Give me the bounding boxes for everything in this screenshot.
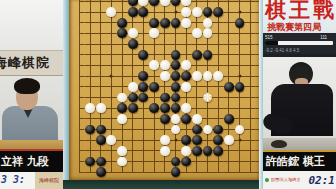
analysis-numbers: 515 111 [265, 34, 327, 39]
white-stone [181, 18, 191, 28]
board-cell [181, 135, 192, 146]
board-cell [117, 60, 128, 71]
black-stone [171, 157, 181, 167]
board-cell [213, 156, 224, 167]
board-cell [95, 92, 106, 103]
right-panel: 棋王戰 挑戰賽第四局 515 111 -9.2 -9.41 4.8 4.5 許皓… [263, 0, 336, 189]
board-cell [106, 82, 117, 93]
board-cell [106, 92, 117, 103]
board-cell [95, 124, 106, 135]
left-player-hair [14, 78, 40, 94]
right-player-video [263, 54, 336, 150]
black-stone [171, 0, 181, 6]
board-cell [213, 146, 224, 157]
black-stone [192, 125, 202, 135]
white-stone [160, 61, 170, 71]
board-cell [138, 0, 149, 7]
board-cell [224, 146, 235, 157]
board-cell [149, 135, 160, 146]
board-cell [149, 71, 160, 82]
black-stone [235, 82, 245, 92]
board-cell [95, 167, 106, 178]
white-stone [117, 93, 127, 103]
board-cell [74, 124, 85, 135]
analysis-num-right: 111 [320, 34, 327, 39]
board-cell [95, 103, 106, 114]
board-cell [160, 103, 171, 114]
board-cell [213, 7, 224, 18]
board-cell [202, 146, 213, 157]
board-cell [106, 60, 117, 71]
board-cell [245, 135, 256, 146]
white-stone [96, 103, 106, 113]
board-cell [181, 49, 192, 60]
white-stone [149, 29, 159, 39]
black-stone [96, 125, 106, 135]
white-stone [235, 125, 245, 135]
go-board: ✽ [69, 0, 259, 182]
board-cell [74, 156, 85, 167]
white-stone [192, 71, 202, 81]
board-cell [106, 17, 117, 28]
board-cell [245, 0, 256, 7]
board-cell [192, 167, 203, 178]
board-cell [74, 71, 85, 82]
board-cell [160, 92, 171, 103]
board-cell [245, 156, 256, 167]
board-cell [106, 135, 117, 146]
black-stone [213, 7, 223, 17]
board-cell [170, 0, 181, 7]
left-player-video: 海峰棋院 立祥 九段 3 3: 海峰棋院 [0, 0, 63, 189]
board-cell [138, 124, 149, 135]
star-point [238, 139, 241, 142]
board-cell [234, 103, 245, 114]
board-cell [192, 135, 203, 146]
board-cell [170, 124, 181, 135]
left-player-name-bar: 立祥 九段 [0, 149, 63, 174]
board-cell [138, 39, 149, 50]
black-stone [171, 93, 181, 103]
white-stone [192, 114, 202, 124]
board-cell [74, 39, 85, 50]
board-cell [160, 28, 171, 39]
board-cell [202, 28, 213, 39]
board-cell [224, 0, 235, 7]
board-cell [117, 146, 128, 157]
board-cell [213, 124, 224, 135]
board-cell [74, 17, 85, 28]
board-cell [224, 167, 235, 178]
board-cell [213, 39, 224, 50]
board-cell [149, 103, 160, 114]
board-cell [234, 39, 245, 50]
board-cell [149, 146, 160, 157]
board-cell [213, 0, 224, 7]
black-stone [149, 18, 159, 28]
white-stone [160, 146, 170, 156]
black-stone [192, 135, 202, 145]
black-stone [192, 146, 202, 156]
board-cell [160, 60, 171, 71]
left-player-sub-strip: 3 3: 海峰棋院 [0, 172, 63, 189]
board-cell [234, 135, 245, 146]
board-cell [117, 0, 128, 7]
board-cell [106, 124, 117, 135]
board-cell [224, 156, 235, 167]
board-cell [74, 92, 85, 103]
board-cell [95, 156, 106, 167]
board-cell [85, 71, 96, 82]
board-cell [160, 39, 171, 50]
black-stone [171, 50, 181, 60]
black-stone [160, 114, 170, 124]
board-cell [181, 103, 192, 114]
board-cell [127, 49, 138, 60]
board-cell [127, 114, 138, 125]
board-cell [245, 92, 256, 103]
board-cell [149, 92, 160, 103]
white-stone [160, 0, 170, 6]
board-cell [181, 71, 192, 82]
board-cell [85, 49, 96, 60]
board-cell [202, 124, 213, 135]
black-stone [117, 18, 127, 28]
board-cell [224, 135, 235, 146]
venue-calligraphy-banner: 海峰棋院 [0, 50, 63, 76]
black-stone [160, 18, 170, 28]
board-cell [192, 0, 203, 7]
board-cell [106, 71, 117, 82]
board-cell [202, 167, 213, 178]
white-stone [181, 82, 191, 92]
black-stone [224, 82, 234, 92]
board-cell [138, 82, 149, 93]
board-cell [224, 124, 235, 135]
board-cell [138, 114, 149, 125]
left-player-table-edge [0, 140, 63, 149]
black-stone [181, 157, 191, 167]
black-stone [203, 146, 213, 156]
board-cell [192, 39, 203, 50]
board-cell [170, 146, 181, 157]
white-stone [117, 157, 127, 167]
board-cell [192, 7, 203, 18]
board-cell [170, 135, 181, 146]
board-cell [202, 71, 213, 82]
board-cell [234, 0, 245, 7]
black-stone [224, 114, 234, 124]
board-cell [192, 124, 203, 135]
board-cell [95, 71, 106, 82]
board-cell [106, 49, 117, 60]
board-cell [95, 39, 106, 50]
board-cell [85, 124, 96, 135]
board-cell [234, 156, 245, 167]
board-cell [149, 49, 160, 60]
board-cell [127, 92, 138, 103]
black-stone [117, 29, 127, 39]
board-cell [95, 17, 106, 28]
black-stone [139, 7, 149, 17]
board-cell [245, 17, 256, 28]
board-cell [149, 39, 160, 50]
black-stone [171, 103, 181, 113]
board-cell [138, 28, 149, 39]
board-cell [95, 0, 106, 7]
board-cell [149, 82, 160, 93]
last-move-marker: ✽ [203, 92, 212, 103]
board-cell [127, 28, 138, 39]
board-cell [117, 28, 128, 39]
board-cell [202, 103, 213, 114]
board-cell [181, 0, 192, 7]
black-stone [160, 93, 170, 103]
board-cell [117, 167, 128, 178]
white-stone [85, 103, 95, 113]
board-cell [95, 49, 106, 60]
board-cell [149, 60, 160, 71]
board-cell [181, 60, 192, 71]
right-player-name-bar: 許皓鋐 棋王 [263, 150, 336, 173]
white-stone [160, 135, 170, 145]
board-cell [192, 156, 203, 167]
star-point [174, 11, 177, 14]
board-cell [127, 60, 138, 71]
board-cell [234, 146, 245, 157]
board-cell [181, 17, 192, 28]
board-cell [85, 82, 96, 93]
board-cell [245, 167, 256, 178]
board-cell [95, 7, 106, 18]
board-cell [245, 49, 256, 60]
board-cell [170, 103, 181, 114]
board-cell [234, 124, 245, 135]
board-cell [213, 167, 224, 178]
board-cell [138, 167, 149, 178]
black-stone [128, 93, 138, 103]
board-cell [106, 7, 117, 18]
board-cell [245, 60, 256, 71]
board-cell [245, 28, 256, 39]
board-cell [127, 135, 138, 146]
board-cell [213, 17, 224, 28]
white-stone [192, 7, 202, 17]
white-stone [128, 82, 138, 92]
black-stone [203, 7, 213, 17]
board-cell [74, 167, 85, 178]
board-cell [149, 7, 160, 18]
board-cell [106, 167, 117, 178]
board-cell [245, 114, 256, 125]
board-cell [213, 114, 224, 125]
black-stone [139, 71, 149, 81]
board-cell [234, 92, 245, 103]
board-cell [224, 7, 235, 18]
board-cell [85, 135, 96, 146]
star-point [110, 75, 113, 78]
board-grid: ✽ [74, 0, 259, 178]
board-area: ✽ [63, 0, 259, 189]
board-cell [202, 7, 213, 18]
board-cell [213, 103, 224, 114]
board-cell [117, 17, 128, 28]
board-cell [74, 103, 85, 114]
board-cell [138, 156, 149, 167]
board-cell [74, 82, 85, 93]
board-cell [181, 167, 192, 178]
board-cell [192, 71, 203, 82]
white-stone [107, 135, 117, 145]
board-cell [192, 92, 203, 103]
board-cell [224, 71, 235, 82]
board-cell [117, 71, 128, 82]
board-cell [170, 60, 181, 71]
board-cell [234, 167, 245, 178]
board-cell [181, 92, 192, 103]
board-cell [106, 0, 117, 7]
board-cell [74, 135, 85, 146]
board-cell [160, 82, 171, 93]
white-stone [192, 29, 202, 39]
white-stone [181, 0, 191, 6]
board-cell [117, 49, 128, 60]
black-stone [85, 157, 95, 167]
board-cell [149, 0, 160, 7]
board-cell: ✽ [202, 92, 213, 103]
black-stone [203, 50, 213, 60]
board-cell [202, 17, 213, 28]
tournament-subtitle: 挑戰賽第四局 [267, 21, 336, 33]
board-cell [181, 39, 192, 50]
board-cell [224, 92, 235, 103]
board-cell [160, 17, 171, 28]
board-cell [74, 49, 85, 60]
black-stone [235, 18, 245, 28]
board-cell [127, 71, 138, 82]
board-cell [117, 156, 128, 167]
board-cell [224, 17, 235, 28]
board-cell [245, 103, 256, 114]
board-cell [95, 82, 106, 93]
board-cell [117, 39, 128, 50]
board-cell [95, 135, 106, 146]
board-cell [170, 156, 181, 167]
board-cell [95, 28, 106, 39]
board-cell [245, 7, 256, 18]
board-cell [192, 103, 203, 114]
board-cell [85, 28, 96, 39]
board-cell [224, 39, 235, 50]
black-stone [171, 167, 181, 177]
black-stone [128, 103, 138, 113]
black-stone [139, 93, 149, 103]
white-stone [107, 7, 117, 17]
board-cell [224, 60, 235, 71]
board-cell [127, 156, 138, 167]
board-cell [149, 28, 160, 39]
board-cell [74, 114, 85, 125]
board-cell [85, 114, 96, 125]
board-cell [192, 60, 203, 71]
board-cell [149, 156, 160, 167]
black-stone [139, 50, 149, 60]
right-player-sub-strip: 財團法人海峰文教基金會 02:1 [263, 171, 336, 189]
board-cell [85, 17, 96, 28]
black-stone [117, 103, 127, 113]
board-cell [192, 28, 203, 39]
board-cell [224, 49, 235, 60]
board-cell [234, 60, 245, 71]
board-cell [95, 114, 106, 125]
board-cell [234, 17, 245, 28]
board-cell [170, 17, 181, 28]
board-cell [224, 28, 235, 39]
board-cell [170, 49, 181, 60]
board-cell [213, 49, 224, 60]
board-cell [106, 146, 117, 157]
board-cell [127, 0, 138, 7]
board-cell [181, 114, 192, 125]
right-player-clock: 02:1 [309, 174, 336, 187]
white-stone [117, 114, 127, 124]
board-cell [74, 146, 85, 157]
board-cell [117, 7, 128, 18]
board-cell [138, 49, 149, 60]
black-stone [96, 167, 106, 177]
black-stone [96, 157, 106, 167]
board-cell [160, 156, 171, 167]
star-point [174, 139, 177, 142]
board-cell [170, 71, 181, 82]
analysis-detail: -9.2 -9.41 4.8 4.5 [265, 47, 327, 52]
black-stone [149, 103, 159, 113]
board-cell [95, 146, 106, 157]
board-cell [106, 103, 117, 114]
board-cell [224, 82, 235, 93]
board-cell [106, 39, 117, 50]
white-stone [171, 114, 181, 124]
board-cell [245, 146, 256, 157]
board-cell [138, 135, 149, 146]
board-cell [149, 114, 160, 125]
board-cell [213, 60, 224, 71]
board-cell [138, 103, 149, 114]
board-cell [85, 39, 96, 50]
board-cell [170, 114, 181, 125]
white-stone [160, 71, 170, 81]
go-bowl [271, 140, 287, 148]
black-stone [128, 7, 138, 17]
board-cell [213, 28, 224, 39]
board-cell [181, 146, 192, 157]
white-stone [139, 0, 149, 6]
board-cell [106, 114, 117, 125]
board-cell [138, 92, 149, 103]
board-cell [170, 39, 181, 50]
winrate-bar [265, 41, 333, 45]
black-stone [213, 125, 223, 135]
board-cell [160, 135, 171, 146]
left-player-clock: 3 3: [1, 174, 25, 185]
white-stone [181, 7, 191, 17]
black-stone [213, 146, 223, 156]
live-indicator-dot [265, 178, 269, 182]
board-cell [234, 49, 245, 60]
board-cell [234, 7, 245, 18]
black-stone [160, 103, 170, 113]
board-cell [127, 146, 138, 157]
